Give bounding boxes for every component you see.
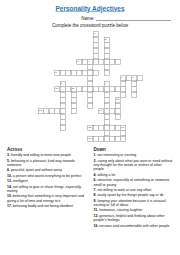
- down-clue: 11. humorous, causing laughter: [94, 208, 174, 212]
- clue-number: 9: [105, 81, 106, 84]
- instruction-text: Complete the crossword puzzle below: [0, 23, 180, 28]
- down-clue: 2. caring only about what you want or ne…: [94, 158, 174, 171]
- name-label: Name:: [81, 16, 94, 21]
- blocked-cell: [137, 136, 143, 142]
- across-clue: 10. a person who wants everything to be …: [7, 174, 87, 178]
- down-clue: 7. not willing to work or use any effort: [94, 188, 174, 192]
- clue-number: 7: [132, 76, 133, 79]
- down-clues: Down 1. not interesting or exciting2. ca…: [94, 147, 174, 229]
- clue-number: 12: [116, 98, 119, 101]
- clue-number-label: 10.: [7, 174, 13, 178]
- clue-number: 17: [88, 136, 91, 139]
- clue-number-label: 13.: [7, 179, 13, 183]
- clue-number: 1: [94, 32, 95, 35]
- clue-section: Across 3. friendly and willing to meet n…: [7, 147, 173, 229]
- across-clue: 17. behaving badly and not being obedien…: [7, 204, 87, 208]
- clue-number: 2: [105, 37, 106, 40]
- down-header: Down: [94, 147, 174, 152]
- clue-number-label: 6.: [7, 168, 11, 172]
- clue-number: 15: [88, 125, 91, 128]
- clue-number: 13: [39, 109, 42, 112]
- down-clue: 16. nervous and uncomfortable with other…: [94, 223, 174, 227]
- worksheet-page: Personality Adjectives Name: Complete th…: [0, 0, 180, 255]
- name-input-line[interactable]: [96, 15, 171, 21]
- clue-number-label: 9.: [94, 198, 98, 202]
- worksheet-title: Personality Adjectives: [0, 0, 180, 12]
- clue-number-label: 15.: [7, 194, 13, 198]
- down-clue: 4. talking a lot: [94, 173, 174, 177]
- crossword-grid: 1234567891011121314151617: [38, 32, 143, 142]
- across-header: Across: [7, 147, 87, 152]
- clue-number: 11: [72, 87, 75, 90]
- across-clues: Across 3. friendly and willing to meet n…: [7, 147, 87, 229]
- clue-number: 10: [55, 87, 58, 90]
- down-clue: 8. easily upset by the things people say…: [94, 193, 174, 197]
- clue-number: 8: [61, 81, 62, 84]
- worksheet-canvas: Personality Adjectives Name: Complete th…: [0, 0, 180, 255]
- down-clue: 9. keeping your attention because it is …: [94, 198, 174, 207]
- clue-number-label: 1.: [94, 153, 98, 157]
- clue-number: 5: [55, 70, 56, 73]
- clue-number-label: 2.: [94, 158, 98, 162]
- across-list: 3. friendly and willing to meet new peop…: [7, 153, 87, 208]
- clue-number-label: 8.: [94, 193, 98, 197]
- clue-number-label: 4.: [94, 173, 98, 177]
- across-clue: 6. peaceful, quiet and without worry: [7, 168, 87, 172]
- clue-number-label: 14.: [7, 184, 13, 188]
- clue-number: 16: [121, 125, 124, 128]
- crossword-grid-wrap: 1234567891011121314151617: [0, 32, 180, 142]
- clue-number: 6: [121, 76, 122, 79]
- down-clue: 12. generous, helpful and thinking about…: [94, 214, 174, 223]
- clue-number-label: 17.: [7, 204, 13, 208]
- name-row: Name:: [0, 15, 171, 21]
- clue-number: 4: [88, 59, 89, 62]
- clue-number-label: 11.: [94, 208, 100, 212]
- clue-number-label: 16.: [94, 223, 100, 227]
- clue-number-label: 7.: [94, 188, 98, 192]
- clue-number-label: 5.: [7, 158, 11, 162]
- across-clue: 3. friendly and willing to meet new peop…: [7, 153, 87, 157]
- clue-number-label: 6.: [94, 178, 98, 182]
- clue-number: 3: [77, 59, 78, 62]
- clue-number-label: 12.: [94, 214, 100, 218]
- down-clue: 1. not interesting or exciting: [94, 153, 174, 157]
- down-list: 1. not interesting or exciting2. caring …: [94, 153, 174, 228]
- across-clue: 13. intelligent: [7, 179, 87, 183]
- down-clue: 6. attractive, especially of something o…: [94, 178, 174, 187]
- across-clue: 5. behaving in a pleasant, kind way towa…: [7, 158, 87, 167]
- across-clue: 15. believing that something is very imp…: [7, 194, 87, 203]
- across-clue: 14. not willing to give or share things,…: [7, 184, 87, 193]
- clue-number: 14: [99, 109, 102, 112]
- clue-number-label: 3.: [7, 153, 11, 157]
